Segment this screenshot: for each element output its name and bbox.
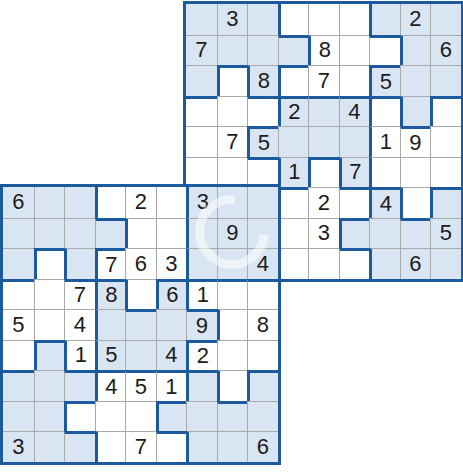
top-right-cell-r5c3: 5 <box>247 126 278 157</box>
top-right-cell-r3c2[interactable] <box>217 65 248 96</box>
bottom-left-cell-r2c8: 9 <box>217 218 248 249</box>
bottom-left-cell-r3c1[interactable] <box>3 248 34 279</box>
top-right-cell-r6c6: 7 <box>339 157 370 188</box>
bottom-left-cell-r8c6[interactable] <box>156 401 187 432</box>
top-right-cell-r6c7[interactable] <box>369 157 400 188</box>
sudoku-grid-bottom-left: 62397634786154981542451376 <box>0 184 281 465</box>
bottom-left-cell-r4c6: 6 <box>156 279 187 310</box>
top-right-cell-r5c5[interactable] <box>308 126 339 157</box>
bottom-left-cell-r8c4[interactable] <box>95 401 126 432</box>
top-right-cell-r4c3[interactable] <box>247 96 278 127</box>
top-right-cell-r7c7: 4 <box>369 187 400 218</box>
bottom-left-cell-r7c9[interactable] <box>247 370 278 401</box>
top-right-cell-r7c4[interactable] <box>278 187 309 218</box>
top-right-cell-r1c8: 2 <box>400 4 431 35</box>
bottom-left-cell-r7c7[interactable] <box>186 370 217 401</box>
top-right-cell-r6c4: 1 <box>278 157 309 188</box>
bottom-left-cell-r2c1[interactable] <box>3 218 34 249</box>
bottom-left-cell-r1c1: 6 <box>3 187 34 218</box>
top-right-cell-r6c3[interactable] <box>247 157 278 188</box>
bottom-left-cell-r7c8[interactable] <box>217 370 248 401</box>
bottom-left-cell-r2c9[interactable] <box>247 218 278 249</box>
top-right-cell-r8c9: 5 <box>430 218 461 249</box>
top-right-cell-r5c6[interactable] <box>339 126 370 157</box>
bottom-left-cell-r3c5: 6 <box>125 248 156 279</box>
bottom-left-cell-r2c5[interactable] <box>125 218 156 249</box>
bottom-left-cell-r6c6: 4 <box>156 340 187 371</box>
top-right-cell-r6c9[interactable] <box>430 157 461 188</box>
bottom-left-cell-r6c3: 1 <box>64 340 95 371</box>
top-right-cell-r7c8[interactable] <box>400 187 431 218</box>
bottom-left-cell-r4c1[interactable] <box>3 279 34 310</box>
bottom-left-cell-r1c2[interactable] <box>34 187 65 218</box>
bottom-left-cell-r2c6[interactable] <box>156 218 187 249</box>
bottom-left-cell-r9c4[interactable] <box>95 431 126 462</box>
top-right-cell-r1c6[interactable] <box>339 4 370 35</box>
top-right-cell-r3c6[interactable] <box>339 65 370 96</box>
top-right-cell-r6c1[interactable] <box>186 157 217 188</box>
top-right-cell-r1c7[interactable] <box>369 4 400 35</box>
top-right-cell-r3c1[interactable] <box>186 65 217 96</box>
top-right-cell-r6c2[interactable] <box>217 157 248 188</box>
top-right-cell-r5c8: 9 <box>400 126 431 157</box>
bottom-left-cell-r2c4[interactable] <box>95 218 126 249</box>
bottom-left-cell-r5c9: 8 <box>247 309 278 340</box>
bottom-left-cell-r9c2[interactable] <box>34 431 65 462</box>
bottom-left-cell-r5c6[interactable] <box>156 309 187 340</box>
bottom-left-cell-r5c1: 5 <box>3 309 34 340</box>
bottom-left-cell-r6c5[interactable] <box>125 340 156 371</box>
bottom-left-cell-r1c5: 2 <box>125 187 156 218</box>
bottom-left-cell-r9c3[interactable] <box>64 431 95 462</box>
top-right-cell-r4c5[interactable] <box>308 96 339 127</box>
bottom-left-cell-r7c5: 5 <box>125 370 156 401</box>
bottom-left-cell-r1c9[interactable] <box>247 187 278 218</box>
bottom-left-cell-r6c7: 2 <box>186 340 217 371</box>
bottom-left-cell-r7c1[interactable] <box>3 370 34 401</box>
bottom-left-cell-r5c3: 4 <box>64 309 95 340</box>
top-right-cell-r2c8[interactable] <box>400 35 431 66</box>
bottom-left-cell-r7c2[interactable] <box>34 370 65 401</box>
bottom-left-cell-r1c6[interactable] <box>156 187 187 218</box>
top-right-cell-r2c4[interactable] <box>278 35 309 66</box>
bottom-left-cell-r3c9: 4 <box>247 248 278 279</box>
bottom-left-cell-r6c4: 5 <box>95 340 126 371</box>
bottom-left-cell-r8c8[interactable] <box>217 401 248 432</box>
bottom-left-cell-r9c1: 3 <box>3 431 34 462</box>
top-right-cell-r2c1: 7 <box>186 35 217 66</box>
top-right-cell-r3c4[interactable] <box>278 65 309 96</box>
bottom-left-cell-r8c3[interactable] <box>64 401 95 432</box>
top-right-cell-r8c7[interactable] <box>369 218 400 249</box>
top-right-cell-r5c7: 1 <box>369 126 400 157</box>
bottom-left-cell-r3c6: 3 <box>156 248 187 279</box>
top-right-cell-r4c1[interactable] <box>186 96 217 127</box>
top-right-cell-r8c4[interactable] <box>278 218 309 249</box>
top-right-cell-r4c9[interactable] <box>430 96 461 127</box>
top-right-cell-r7c5: 2 <box>308 187 339 218</box>
bottom-left-cell-r3c8[interactable] <box>217 248 248 279</box>
bottom-left-cell-r9c9: 6 <box>247 431 278 462</box>
bottom-left-cell-r4c9[interactable] <box>247 279 278 310</box>
bottom-left-cell-r4c7: 1 <box>186 279 217 310</box>
bottom-left-cell-r5c8[interactable] <box>217 309 248 340</box>
top-right-cell-r4c4: 2 <box>278 96 309 127</box>
top-right-cell-r9c6[interactable] <box>339 248 370 279</box>
top-right-cell-r2c5: 8 <box>308 35 339 66</box>
top-right-cell-r5c4[interactable] <box>278 126 309 157</box>
bottom-left-cell-r1c8[interactable] <box>217 187 248 218</box>
top-right-cell-r4c7[interactable] <box>369 96 400 127</box>
top-right-cell-r9c7[interactable] <box>369 248 400 279</box>
bottom-left-cell-r6c9[interactable] <box>247 340 278 371</box>
top-right-cell-r2c6[interactable] <box>339 35 370 66</box>
top-right-cell-r1c3[interactable] <box>247 4 278 35</box>
bottom-left-cell-r5c5[interactable] <box>125 309 156 340</box>
top-right-cell-r1c4[interactable] <box>278 4 309 35</box>
bottom-left-cell-r5c4[interactable] <box>95 309 126 340</box>
top-right-cell-r8c8[interactable] <box>400 218 431 249</box>
top-right-cell-r2c7[interactable] <box>369 35 400 66</box>
top-right-cell-r5c1[interactable] <box>186 126 217 157</box>
bottom-left-cell-r7c4: 4 <box>95 370 126 401</box>
bottom-left-cell-r6c1[interactable] <box>3 340 34 371</box>
top-right-cell-r3c8[interactable] <box>400 65 431 96</box>
bottom-left-cell-r4c8[interactable] <box>217 279 248 310</box>
top-right-cell-r3c5: 7 <box>308 65 339 96</box>
bottom-left-cell-r3c4: 7 <box>95 248 126 279</box>
top-right-cell-r6c5[interactable] <box>308 157 339 188</box>
bottom-left-cell-r6c2[interactable] <box>34 340 65 371</box>
top-right-cell-r5c9[interactable] <box>430 126 461 157</box>
bottom-left-cell-r1c7: 3 <box>186 187 217 218</box>
bottom-left-cell-r4c2[interactable] <box>34 279 65 310</box>
top-right-cell-r9c4[interactable] <box>278 248 309 279</box>
top-right-cell-r9c5[interactable] <box>308 248 339 279</box>
bottom-left-cell-r8c2[interactable] <box>34 401 65 432</box>
top-right-cell-r3c7: 5 <box>369 65 400 96</box>
top-right-cell-r2c9: 6 <box>430 35 461 66</box>
bottom-left-cell-r7c3[interactable] <box>64 370 95 401</box>
bottom-left-cell-r5c7: 9 <box>186 309 217 340</box>
bottom-left-cell-r3c2[interactable] <box>34 248 65 279</box>
top-right-cell-r2c3[interactable] <box>247 35 278 66</box>
top-right-cell-r1c1[interactable] <box>186 4 217 35</box>
top-right-cell-r9c9[interactable] <box>430 248 461 279</box>
top-right-cell-r9c8: 6 <box>400 248 431 279</box>
bottom-left-cell-r9c5: 7 <box>125 431 156 462</box>
bottom-left-cell-r2c3[interactable] <box>64 218 95 249</box>
bottom-left-cell-r4c4: 8 <box>95 279 126 310</box>
top-right-cell-r7c6[interactable] <box>339 187 370 218</box>
bottom-left-cell-r4c3: 7 <box>64 279 95 310</box>
bottom-left-cell-r8c1[interactable] <box>3 401 34 432</box>
top-right-cell-r8c5: 3 <box>308 218 339 249</box>
bottom-left-cell-r4c5[interactable] <box>125 279 156 310</box>
top-right-cell-r3c9[interactable] <box>430 65 461 96</box>
bottom-left-cell-r3c3[interactable] <box>64 248 95 279</box>
bottom-left-cell-r6c8[interactable] <box>217 340 248 371</box>
bottom-left-cell-r8c9[interactable] <box>247 401 278 432</box>
top-right-cell-r4c8[interactable] <box>400 96 431 127</box>
top-right-cell-r4c2[interactable] <box>217 96 248 127</box>
top-right-cell-r1c2: 3 <box>217 4 248 35</box>
top-right-cell-r7c9[interactable] <box>430 187 461 218</box>
bottom-left-cell-r7c6: 1 <box>156 370 187 401</box>
top-right-cell-r1c5[interactable] <box>308 4 339 35</box>
bottom-left-cell-r8c7[interactable] <box>186 401 217 432</box>
bottom-left-cell-r8c5[interactable] <box>125 401 156 432</box>
top-right-cell-r5c2: 7 <box>217 126 248 157</box>
bottom-left-cell-r1c3[interactable] <box>64 187 95 218</box>
bottom-left-cell-r9c7[interactable] <box>186 431 217 462</box>
bottom-left-cell-r9c6[interactable] <box>156 431 187 462</box>
top-right-cell-r6c8[interactable] <box>400 157 431 188</box>
bottom-left-cell-r1c4[interactable] <box>95 187 126 218</box>
bottom-left-cell-r5c2[interactable] <box>34 309 65 340</box>
top-right-cell-r1c9[interactable] <box>430 4 461 35</box>
top-right-cell-r2c2[interactable] <box>217 35 248 66</box>
bottom-left-cell-r3c7[interactable] <box>186 248 217 279</box>
bottom-left-cell-r2c7[interactable] <box>186 218 217 249</box>
twodoku-puzzle: 327868752475191732493546 623976347861549… <box>0 0 463 473</box>
bottom-left-cell-r9c8[interactable] <box>217 431 248 462</box>
bottom-left-cell-r2c2[interactable] <box>34 218 65 249</box>
top-right-cell-r8c6[interactable] <box>339 218 370 249</box>
top-right-cell-r3c3: 8 <box>247 65 278 96</box>
top-right-cell-r4c6: 4 <box>339 96 370 127</box>
